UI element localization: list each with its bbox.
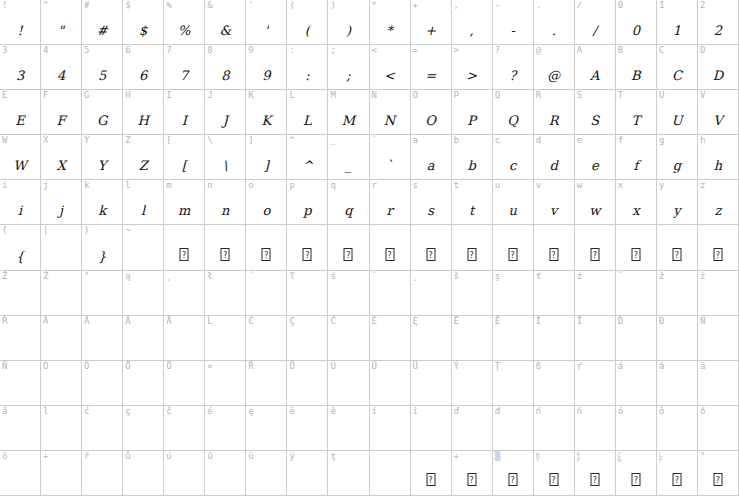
- cell-codepoint-label: CR: [618, 452, 626, 462]
- cell-codepoint-label: 5: [84, 46, 89, 55]
- charmap-cell: Ž: [0, 271, 41, 316]
- cell-glyph: >: [452, 69, 492, 83]
- cell-glyph: %: [164, 24, 204, 38]
- charmap-cell: ä: [0, 406, 41, 451]
- charmap-cell: ?: [370, 225, 411, 270]
- cell-glyph: a: [411, 159, 451, 173]
- cell-codepoint-label: Ó: [43, 362, 48, 371]
- cell-codepoint-label: -: [495, 1, 500, 10]
- charmap-cell: ?: [452, 225, 493, 270]
- cell-codepoint-label: ': [248, 1, 253, 10]
- charmap-cell: ?: [534, 225, 575, 270]
- cell-codepoint-label: G: [84, 91, 89, 100]
- charmap-cell: ŕ: [575, 361, 616, 406]
- cell-codepoint-label: ş: [495, 272, 500, 281]
- cell-codepoint-label: ű: [207, 452, 212, 461]
- charmap-cell: cc: [493, 135, 534, 180]
- cell-codepoint-label: Q: [495, 91, 500, 100]
- charmap-cell: nn: [205, 180, 246, 225]
- cell-codepoint-label: ë: [289, 407, 294, 416]
- charmap-cell: ▒?: [493, 451, 534, 496]
- cell-codepoint-label: d: [536, 136, 541, 145]
- cell-glyph: =: [411, 69, 451, 83]
- charmap-cell: ss: [411, 180, 452, 225]
- cell-glyph: k: [82, 204, 122, 218]
- charmap-cell: ř: [82, 451, 123, 496]
- cell-codepoint-label: é: [207, 407, 212, 416]
- charmap-cell: ?: [205, 225, 246, 270]
- cell-glyph: K: [246, 114, 286, 128]
- cell-codepoint-label: Ý: [454, 362, 459, 371]
- charmap-cell: ÷: [41, 451, 82, 496]
- cell-codepoint-label: s: [413, 181, 418, 190]
- cell-glyph: g: [657, 159, 697, 173]
- cell-codepoint-label: LF: [659, 452, 667, 462]
- charmap-cell: ˝: [616, 271, 657, 316]
- cell-codepoint-label: U: [659, 91, 664, 100]
- charmap-cell: ô: [657, 406, 698, 451]
- cell-codepoint-label: Ë: [454, 317, 459, 326]
- missing-glyph-box-icon: ?: [672, 248, 681, 261]
- cell-glyph: Y: [82, 159, 122, 173]
- charmap-cell: Ę: [411, 316, 452, 361]
- charmap-cell: NN: [370, 90, 411, 135]
- charmap-cell: \\: [205, 135, 246, 180]
- cell-codepoint-label: ×: [207, 362, 212, 371]
- cell-codepoint-label: ä: [2, 407, 7, 416]
- cell-glyph: j: [41, 204, 81, 218]
- cell-glyph: q: [328, 204, 368, 218]
- charmap-cell: [[: [164, 135, 205, 180]
- charmap-cell: ł: [205, 271, 246, 316]
- cell-codepoint-label: }: [84, 226, 89, 235]
- charmap-cell: mm: [164, 180, 205, 225]
- charmap-cell: FF: [41, 90, 82, 135]
- charmap-cell: Đ: [657, 316, 698, 361]
- charmap-cell: HT?: [534, 451, 575, 496]
- cell-codepoint-label: Â: [84, 317, 89, 326]
- charmap-cell: )): [328, 0, 369, 45]
- charmap-cell: ´: [246, 271, 287, 316]
- charmap-cell: XX: [41, 135, 82, 180]
- cell-glyph: +: [411, 24, 451, 38]
- cell-codepoint-label: ˙: [372, 452, 377, 461]
- cell-glyph: !: [0, 24, 40, 38]
- cell-glyph: /: [575, 24, 615, 38]
- charmap-cell: |: [41, 225, 82, 270]
- charmap-cell: EE: [0, 90, 41, 135]
- cell-codepoint-label: 1: [659, 1, 664, 10]
- cell-codepoint-label: R: [536, 91, 541, 100]
- cell-codepoint-label: ŕ: [577, 362, 582, 371]
- charmap-cell: __: [328, 135, 369, 180]
- charmap-cell: RR: [534, 90, 575, 135]
- cell-glyph: o: [246, 204, 286, 218]
- cell-codepoint-label: ß: [536, 362, 541, 371]
- charmap-cell: ę: [246, 406, 287, 451]
- cell-glyph: T: [616, 114, 656, 128]
- missing-glyph-box-icon: ?: [549, 473, 558, 486]
- charmap-cell: II: [164, 90, 205, 135]
- charmap-cell: ?: [575, 225, 616, 270]
- charmap-cell: JJ: [205, 90, 246, 135]
- charmap-cell: ;;: [328, 45, 369, 90]
- cell-codepoint-label: ": [43, 1, 48, 10]
- cell-glyph: D: [698, 69, 738, 83]
- cell-glyph: 5: [82, 69, 122, 83]
- missing-glyph-box-icon: ?: [713, 473, 722, 486]
- cell-codepoint-label: b: [454, 136, 459, 145]
- cell-codepoint-label: h: [700, 136, 705, 145]
- cell-codepoint-label: c: [495, 136, 500, 145]
- cell-glyph: -: [493, 24, 533, 38]
- cell-codepoint-label: Î: [577, 317, 582, 326]
- missing-glyph-box-icon: ?: [631, 473, 640, 486]
- cell-codepoint-label: š: [454, 272, 459, 281]
- cell-codepoint-label: C: [659, 46, 664, 55]
- cell-codepoint-label: ö: [2, 452, 7, 461]
- charmap-cell: ů: [123, 451, 164, 496]
- cell-glyph: u: [493, 204, 533, 218]
- charmap-cell: @@: [534, 45, 575, 90]
- charmap-cell: ?: [616, 225, 657, 270]
- charmap-cell: ó: [616, 406, 657, 451]
- charmap-cell: 44: [41, 45, 82, 90]
- cell-codepoint-label: Ü: [413, 362, 418, 371]
- charmap-cell: 99: [246, 45, 287, 90]
- missing-glyph-box-icon: ?: [426, 248, 435, 261]
- cell-codepoint-label: 9: [248, 46, 253, 55]
- charmap-cell: ^^: [287, 135, 328, 180]
- cell-codepoint-label: ´: [248, 272, 253, 281]
- charmap-cell: "": [41, 0, 82, 45]
- charmap-cell: Ô: [82, 361, 123, 406]
- charmap-cell: ö: [0, 451, 41, 496]
- charmap-cell: $$: [123, 0, 164, 45]
- missing-glyph-box-icon: ?: [631, 248, 640, 261]
- cell-glyph: z: [698, 204, 738, 218]
- missing-glyph-box-icon: ?: [262, 248, 271, 261]
- charmap-cell: ď: [452, 406, 493, 451]
- charmap-cell: oo: [246, 180, 287, 225]
- charmap-cell: pp: [287, 180, 328, 225]
- charmap-cell: ?: [287, 225, 328, 270]
- charmap-cell: ,,: [452, 0, 493, 45]
- cell-codepoint-label: ł: [207, 272, 212, 281]
- cell-codepoint-label: Ć: [248, 317, 253, 326]
- missing-glyph-box-icon: ?: [467, 248, 476, 261]
- cell-codepoint-label: y: [659, 181, 664, 190]
- cell-glyph: R: [534, 114, 574, 128]
- charmap-cell: DD: [698, 45, 739, 90]
- cell-glyph: _: [328, 159, 368, 173]
- cell-glyph: x: [616, 204, 656, 218]
- cell-codepoint-label: q: [330, 181, 335, 190]
- cell-glyph: e: [575, 159, 615, 173]
- cell-codepoint-label: V: [700, 91, 705, 100]
- cell-codepoint-label: O: [413, 91, 418, 100]
- cell-codepoint-label: Ŕ: [2, 317, 7, 326]
- cell-glyph: W: [0, 159, 40, 173]
- charmap-cell: Ă: [123, 316, 164, 361]
- charmap-cell: ee: [575, 135, 616, 180]
- cell-codepoint-label: ): [330, 1, 335, 10]
- cell-codepoint-label: Ô: [84, 362, 89, 371]
- missing-glyph-box-icon: ?: [180, 248, 189, 261]
- charmap-cell: ¸: [411, 271, 452, 316]
- cell-codepoint-label: I: [166, 91, 171, 100]
- cell-glyph: U: [657, 114, 697, 128]
- charmap-cell: ą: [123, 271, 164, 316]
- cell-codepoint-label: %: [166, 1, 171, 10]
- cell-glyph: E: [0, 114, 40, 128]
- cell-codepoint-label: !: [2, 1, 7, 10]
- cell-glyph: @: [534, 69, 574, 83]
- cell-codepoint-label: ô: [659, 407, 664, 416]
- charmap-cell: ?: [328, 225, 369, 270]
- cell-codepoint-label: ő: [700, 407, 705, 416]
- cell-codepoint-label: \: [207, 136, 212, 145]
- charmap-cell: Ë: [452, 316, 493, 361]
- cell-glyph: $: [123, 24, 163, 38]
- cell-glyph: y: [657, 204, 697, 218]
- cell-glyph: I: [164, 114, 204, 128]
- charmap-cell: CR?: [616, 451, 657, 496]
- charmap-cell: GG: [82, 90, 123, 135]
- charmap-cell: â: [657, 361, 698, 406]
- charmap-cell: TT: [616, 90, 657, 135]
- cell-glyph: {: [0, 250, 40, 264]
- cell-codepoint-label: ż: [700, 272, 705, 281]
- cell-glyph: .: [534, 24, 574, 38]
- cell-glyph: Z: [123, 159, 163, 173]
- charmap-cell: °: [82, 271, 123, 316]
- cell-codepoint-label: ú: [166, 452, 171, 461]
- cell-codepoint-label: ž: [659, 272, 664, 281]
- charmap-cell: rr: [370, 180, 411, 225]
- cell-glyph: 9: [246, 69, 286, 83]
- cell-glyph: J: [205, 114, 245, 128]
- cell-glyph: F: [41, 114, 81, 128]
- cell-codepoint-label: B: [618, 46, 623, 55]
- cell-codepoint-label: ą: [125, 272, 130, 281]
- cell-glyph: V: [698, 114, 738, 128]
- charmap-cell: PP: [452, 90, 493, 135]
- cell-codepoint-label: +: [454, 452, 459, 461]
- cell-glyph: h: [698, 159, 738, 173]
- cell-codepoint-label: ^: [289, 136, 294, 145]
- cell-codepoint-label: ř: [84, 452, 89, 461]
- charmap-cell: Ő: [123, 361, 164, 406]
- cell-codepoint-label: Y: [84, 136, 89, 145]
- cell-codepoint-label: =: [413, 46, 418, 55]
- cell-glyph: 3: [0, 69, 40, 83]
- cell-codepoint-label: r: [372, 181, 377, 190]
- charmap-cell: î: [411, 406, 452, 451]
- cell-codepoint-label: đ: [495, 407, 500, 416]
- cell-glyph: O: [411, 114, 451, 128]
- cell-codepoint-label: /: [577, 1, 582, 10]
- cell-glyph: s: [411, 204, 451, 218]
- cell-glyph: t: [452, 204, 492, 218]
- charmap-cell: Ň: [0, 361, 41, 406]
- cell-glyph: b: [452, 159, 492, 173]
- cell-glyph: w: [575, 204, 615, 218]
- cell-codepoint-label: 0: [618, 1, 623, 10]
- cell-codepoint-label: ă: [700, 362, 705, 371]
- charmap-cell: ?: [698, 225, 739, 270]
- charmap-cell: dd: [534, 135, 575, 180]
- cell-codepoint-label: +: [413, 1, 418, 10]
- charmap-cell: ć: [82, 406, 123, 451]
- charmap-cell: ==: [411, 45, 452, 90]
- cell-codepoint-label: Ń: [700, 317, 705, 326]
- charmap-cell: VV: [698, 90, 739, 135]
- charmap-cell: WW: [0, 135, 41, 180]
- charmap-cell: á: [616, 361, 657, 406]
- cell-codepoint-label: z: [700, 181, 705, 190]
- charmap-cell: š: [452, 271, 493, 316]
- cell-codepoint-label: a: [413, 136, 418, 145]
- charmap-cell: ť: [534, 271, 575, 316]
- cell-codepoint-label: Ö: [166, 362, 171, 371]
- cell-codepoint-label: w: [577, 181, 582, 190]
- charmap-cell: &&: [205, 0, 246, 45]
- cell-glyph: 4: [41, 69, 81, 83]
- cell-codepoint-label: Í: [536, 317, 541, 326]
- charmap-cell: ?: [493, 225, 534, 270]
- charmap-cell: ë: [287, 406, 328, 451]
- cell-codepoint-label: ę: [248, 407, 253, 416]
- cell-glyph: `: [370, 159, 410, 173]
- charmap-cell: ``: [370, 135, 411, 180]
- charmap-cell: °?: [698, 451, 739, 496]
- cell-codepoint-label: ;: [330, 46, 335, 55]
- charmap-cell: ş: [493, 271, 534, 316]
- cell-codepoint-label: ď: [454, 407, 459, 416]
- charmap-cell: ż: [698, 271, 739, 316]
- charmap-cell: 66: [123, 45, 164, 90]
- cell-codepoint-label: HT: [536, 452, 544, 462]
- cell-codepoint-label: E: [2, 91, 7, 100]
- cell-codepoint-label: `: [372, 136, 377, 145]
- cell-glyph: \: [205, 159, 245, 173]
- charmap-cell: Î: [575, 316, 616, 361]
- charmap-cell: --: [493, 0, 534, 45]
- cell-codepoint-label: č: [166, 407, 171, 416]
- charmap-cell: ś: [328, 271, 369, 316]
- charmap-cell: ň: [575, 406, 616, 451]
- charmap-cell: Ż: [41, 271, 82, 316]
- cell-codepoint-label: {: [2, 226, 7, 235]
- charmap-cell: Č: [328, 316, 369, 361]
- cell-codepoint-label: ť: [536, 272, 541, 281]
- cell-glyph: ;: [328, 69, 368, 83]
- cell-codepoint-label: Ů: [289, 362, 294, 371]
- cell-codepoint-label: @: [536, 46, 541, 55]
- cell-glyph: 7: [164, 69, 204, 83]
- cell-codepoint-label: Ç: [289, 317, 294, 326]
- cell-codepoint-label: ń: [536, 407, 541, 416]
- cell-codepoint-label: S: [577, 91, 582, 100]
- cell-codepoint-label: v: [536, 181, 541, 190]
- charmap-cell: ç: [123, 406, 164, 451]
- cell-codepoint-label: X: [43, 136, 48, 145]
- charmap-cell: kk: [82, 180, 123, 225]
- cell-glyph: :: [287, 69, 327, 83]
- cell-codepoint-label: Ő: [125, 362, 130, 371]
- charmap-cell: jj: [41, 180, 82, 225]
- cell-codepoint-label: k: [84, 181, 89, 190]
- cell-codepoint-label: Z: [125, 136, 130, 145]
- charmap-cell: Ń: [698, 316, 739, 361]
- cell-codepoint-label: n: [207, 181, 212, 190]
- charmap-cell: Ý: [452, 361, 493, 406]
- cell-codepoint-label: °: [84, 272, 89, 281]
- charmap-cell: ~: [123, 225, 164, 270]
- cell-codepoint-label: _: [330, 136, 335, 145]
- cell-glyph: #: [82, 24, 122, 38]
- cell-codepoint-label: j: [43, 181, 48, 190]
- cell-glyph: P: [452, 114, 492, 128]
- cell-codepoint-label: Á: [43, 317, 48, 326]
- cell-codepoint-label: N: [372, 91, 377, 100]
- cell-codepoint-label: Ď: [618, 317, 623, 326]
- cell-glyph: N: [370, 114, 410, 128]
- cell-codepoint-label: <: [372, 46, 377, 55]
- charmap-cell: <<: [370, 45, 411, 90]
- charmap-cell: xx: [616, 180, 657, 225]
- cell-codepoint-label: x: [618, 181, 623, 190]
- charmap-cell: !!: [0, 0, 41, 45]
- cell-codepoint-label: 2: [700, 1, 705, 10]
- charmap-cell: uu: [493, 180, 534, 225]
- charmap-cell: aa: [411, 135, 452, 180]
- cell-glyph: ]: [246, 159, 286, 173]
- charmap-cell: 00: [616, 0, 657, 45]
- cell-codepoint-label: Ă: [125, 317, 130, 326]
- charmap-cell: ú: [164, 451, 205, 496]
- cell-codepoint-label: ~: [125, 226, 130, 235]
- cell-codepoint-label: Ż: [43, 272, 48, 281]
- cell-codepoint-label: ý: [289, 452, 294, 461]
- charmap-cell: é: [205, 406, 246, 451]
- cell-codepoint-label: 6: [125, 46, 130, 55]
- charmap-cell: LF?: [657, 451, 698, 496]
- cell-glyph: n: [205, 204, 245, 218]
- cell-codepoint-label: W: [2, 136, 7, 145]
- charmap-cell: {{: [0, 225, 41, 270]
- charmap-cell: Á: [41, 316, 82, 361]
- cell-codepoint-label: [: [166, 136, 171, 145]
- character-map-grid: !!""##$$%%&&''(())**++,,--..//0011223344…: [0, 0, 739, 496]
- cell-codepoint-label: Ĺ: [207, 317, 212, 326]
- charmap-cell: **: [370, 0, 411, 45]
- charmap-cell: ă: [698, 361, 739, 406]
- charmap-cell: +?: [452, 451, 493, 496]
- charmap-cell: ?: [411, 225, 452, 270]
- charmap-cell: ľ: [287, 271, 328, 316]
- cell-codepoint-label: A: [577, 46, 582, 55]
- cell-codepoint-label: Ţ: [495, 362, 500, 371]
- cell-codepoint-label: ň: [577, 407, 582, 416]
- charmap-cell: ě: [328, 406, 369, 451]
- charmap-cell: HH: [123, 90, 164, 135]
- missing-glyph-box-icon: ?: [590, 248, 599, 261]
- charmap-cell: ž: [657, 271, 698, 316]
- charmap-cell: 11: [657, 0, 698, 45]
- cell-codepoint-label: 4: [43, 46, 48, 55]
